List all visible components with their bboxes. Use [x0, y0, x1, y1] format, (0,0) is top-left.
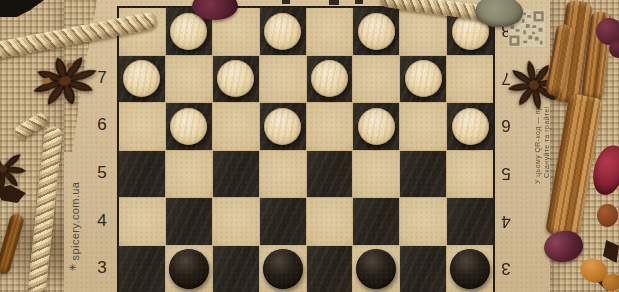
square-g7[interactable] [400, 56, 446, 103]
square-h3[interactable] [447, 246, 493, 292]
square-h7[interactable] [447, 56, 493, 103]
square-d3[interactable] [260, 246, 306, 292]
square-f6[interactable] [353, 103, 399, 150]
piece-black-h3[interactable] [450, 249, 490, 289]
square-d4[interactable] [260, 198, 306, 245]
square-b7[interactable] [166, 56, 212, 103]
file-letter-fragment [329, 0, 339, 5]
file-letter-fragment [282, 0, 290, 4]
square-g4[interactable] [400, 198, 446, 245]
rank-label-right-3: 3 [497, 244, 515, 292]
rank-label-left-4: 4 [93, 197, 111, 245]
piece-black-b3[interactable] [169, 249, 209, 289]
square-b6[interactable] [166, 103, 212, 150]
square-h5[interactable] [447, 151, 493, 198]
board-grid [117, 6, 495, 292]
square-c7[interactable] [213, 56, 259, 103]
piece-white-e7[interactable] [311, 60, 348, 97]
piece-white-d8[interactable] [264, 13, 301, 50]
piece-black-f3[interactable] [356, 249, 396, 289]
square-c5[interactable] [213, 151, 259, 198]
rosehip-berry [597, 204, 618, 227]
square-a6[interactable] [119, 103, 165, 150]
square-f5[interactable] [353, 151, 399, 198]
square-a3[interactable] [119, 246, 165, 292]
square-c6[interactable] [213, 103, 259, 150]
rank-label-left-3: 3 [93, 244, 111, 292]
piece-white-a7[interactable] [123, 60, 160, 97]
square-f4[interactable] [353, 198, 399, 245]
square-c3[interactable] [213, 246, 259, 292]
square-f8[interactable] [353, 8, 399, 55]
square-d8[interactable] [260, 8, 306, 55]
square-e5[interactable] [307, 151, 353, 198]
piece-white-b8[interactable] [170, 13, 207, 50]
scene: 876543 876543 spicery.com.ua ✳ У цьому Q… [0, 0, 619, 292]
piece-black-d3[interactable] [263, 249, 303, 289]
square-a5[interactable] [119, 151, 165, 198]
square-e7[interactable] [307, 56, 353, 103]
square-d6[interactable] [260, 103, 306, 150]
piece-white-d6[interactable] [264, 108, 301, 145]
square-e3[interactable] [307, 246, 353, 292]
square-c4[interactable] [213, 198, 259, 245]
rank-label-right-4: 4 [497, 197, 515, 245]
piece-white-b6[interactable] [170, 108, 207, 145]
square-e4[interactable] [307, 198, 353, 245]
square-b3[interactable] [166, 246, 212, 292]
square-g3[interactable] [400, 246, 446, 292]
piece-white-h6[interactable] [452, 108, 489, 145]
rank-label-right-5: 5 [497, 149, 515, 197]
square-e6[interactable] [307, 103, 353, 150]
piece-white-f8[interactable] [358, 13, 395, 50]
rank-label-left-5: 5 [93, 149, 111, 197]
brand-logo-mark: ✳ [67, 263, 78, 271]
brand-url: spicery.com.ua [69, 182, 81, 261]
square-a4[interactable] [119, 198, 165, 245]
square-d5[interactable] [260, 151, 306, 198]
square-h6[interactable] [447, 103, 493, 150]
square-f3[interactable] [353, 246, 399, 292]
piece-white-c7[interactable] [217, 60, 254, 97]
file-letter-fragment [355, 0, 363, 4]
square-b5[interactable] [166, 151, 212, 198]
rope-knot [476, 0, 523, 27]
rank-label-left-6: 6 [93, 101, 111, 149]
checkers-board: 876543 876543 spicery.com.ua ✳ У цьому Q… [64, 0, 550, 292]
piece-white-f6[interactable] [358, 108, 395, 145]
square-g5[interactable] [400, 151, 446, 198]
square-g6[interactable] [400, 103, 446, 150]
square-f7[interactable] [353, 56, 399, 103]
square-g8[interactable] [400, 8, 446, 55]
square-h4[interactable] [447, 198, 493, 245]
piece-white-g7[interactable] [405, 60, 442, 97]
square-d7[interactable] [260, 56, 306, 103]
square-e8[interactable] [307, 8, 353, 55]
square-a7[interactable] [119, 56, 165, 103]
square-b4[interactable] [166, 198, 212, 245]
